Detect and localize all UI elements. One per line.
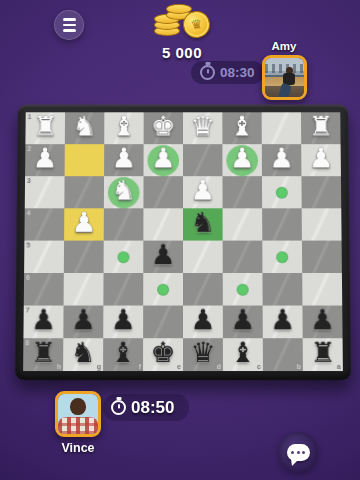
square-a3[interactable]: [301, 176, 341, 208]
square-e5[interactable]: ♟: [143, 241, 183, 273]
square-f2[interactable]: ♟: [104, 144, 144, 176]
square-a5[interactable]: [302, 241, 342, 273]
board-squares: 1♜♞♝♚♛♝♜2♟♟♟♟♟♟3♞♟4♟♞5♟67♟♟♟♟♟♟♟8h♜g♞f♝e…: [23, 112, 343, 371]
white-pawn: ♟: [190, 177, 215, 204]
move-target-dot: [237, 283, 249, 295]
black-pawn: ♟: [71, 307, 96, 335]
file-label: f: [139, 363, 141, 370]
square-g7[interactable]: ♟: [63, 306, 103, 339]
square-h8[interactable]: 8h♜: [23, 338, 63, 371]
square-b7[interactable]: ♟: [263, 306, 303, 339]
black-pawn: ♟: [151, 242, 176, 269]
black-pawn: ♟: [190, 307, 215, 335]
chat-bubble-ellipsis-icon: [287, 444, 310, 461]
square-g6[interactable]: [64, 273, 104, 306]
white-pawn: ♟: [32, 145, 57, 172]
square-h5[interactable]: 5: [24, 241, 64, 273]
square-e6[interactable]: [143, 273, 183, 306]
black-pawn: ♟: [270, 307, 295, 335]
square-c8[interactable]: c♝: [223, 338, 263, 371]
square-c6[interactable]: [223, 273, 263, 306]
player-clock: 08:50: [103, 394, 189, 421]
square-c1[interactable]: ♝: [222, 112, 261, 144]
square-b4[interactable]: [262, 208, 302, 240]
white-king: ♚: [151, 113, 176, 140]
white-pawn: ♟: [111, 145, 136, 172]
white-rook: ♜: [33, 113, 58, 140]
square-g4[interactable]: ♟: [64, 208, 104, 240]
file-label: e: [177, 363, 181, 370]
square-c5[interactable]: [223, 241, 263, 273]
stopwatch-icon: [111, 400, 126, 415]
player-clock-time: 08:50: [131, 398, 174, 418]
square-d4[interactable]: ♞: [183, 208, 223, 240]
square-g8[interactable]: g♞: [63, 338, 103, 371]
rank-label: 8: [25, 339, 29, 346]
file-label: c: [257, 363, 261, 370]
square-f4[interactable]: [104, 208, 144, 240]
white-rook: ♜: [308, 113, 333, 140]
square-h2[interactable]: 2♟: [25, 144, 65, 176]
square-d3[interactable]: ♟: [183, 176, 223, 208]
square-f5[interactable]: [104, 241, 144, 273]
square-g3[interactable]: [64, 176, 104, 208]
black-pawn: ♟: [230, 307, 255, 335]
square-e7[interactable]: [143, 306, 183, 339]
opponent-name: Amy: [252, 40, 316, 52]
square-e3[interactable]: [143, 176, 183, 208]
black-king: ♚: [150, 339, 175, 367]
square-b3[interactable]: [262, 176, 302, 208]
gold-coins-icon: ♛: [152, 4, 212, 42]
file-label: a: [337, 363, 341, 370]
square-c2[interactable]: ♟: [222, 144, 262, 176]
black-knight: ♞: [190, 209, 215, 236]
white-pawn: ♟: [269, 145, 294, 172]
chess-board: 1♜♞♝♚♛♝♜2♟♟♟♟♟♟3♞♟4♟♞5♟67♟♟♟♟♟♟♟8h♜g♞f♝e…: [15, 105, 351, 380]
player-avatar[interactable]: [55, 391, 101, 437]
white-bishop: ♝: [230, 113, 255, 140]
square-c4[interactable]: [223, 208, 263, 240]
square-h7[interactable]: 7♟: [23, 306, 63, 339]
black-rook: ♜: [31, 339, 56, 367]
rank-label: 7: [26, 307, 30, 314]
rank-label: 1: [28, 113, 32, 120]
black-pawn: ♟: [31, 307, 56, 335]
player-name: Vince: [40, 441, 116, 455]
square-d1[interactable]: ♛: [183, 112, 222, 144]
opponent-clock: 08:30: [191, 61, 264, 84]
white-knight: ♞: [72, 113, 97, 140]
opponent-clock-time: 08:30: [220, 65, 255, 80]
opponent-avatar-photo: [265, 58, 304, 97]
black-bishop: ♝: [110, 339, 135, 367]
square-f8[interactable]: f♝: [103, 338, 143, 371]
black-bishop: ♝: [230, 339, 255, 367]
move-target-dot: [157, 283, 169, 295]
black-queen: ♛: [190, 339, 215, 367]
file-label: g: [97, 363, 101, 370]
square-a1[interactable]: ♜: [301, 112, 341, 144]
square-b8[interactable]: b: [263, 338, 303, 371]
black-rook: ♜: [310, 339, 335, 367]
square-b2[interactable]: ♟: [262, 144, 302, 176]
square-a2[interactable]: ♟: [301, 144, 341, 176]
square-a8[interactable]: a♜: [303, 338, 343, 371]
square-f1[interactable]: ♝: [104, 112, 143, 144]
rank-label: 4: [27, 209, 31, 216]
square-e4[interactable]: [143, 208, 183, 240]
coin-amount: 5 000: [130, 44, 234, 61]
white-pawn: ♟: [230, 145, 255, 172]
square-h3[interactable]: 3: [25, 176, 65, 208]
square-g5[interactable]: [64, 241, 104, 273]
move-target-dot: [276, 186, 288, 198]
file-label: d: [217, 363, 221, 370]
move-target-dot: [117, 251, 129, 263]
square-a4[interactable]: [302, 208, 342, 240]
square-b1[interactable]: [262, 112, 302, 144]
black-pawn: ♟: [111, 307, 136, 335]
white-knight: ♞: [111, 177, 136, 204]
square-g1[interactable]: ♞: [65, 112, 105, 144]
file-label: h: [57, 363, 61, 370]
opponent-avatar[interactable]: [262, 55, 307, 100]
square-d2[interactable]: [183, 144, 222, 176]
rank-label: 5: [26, 242, 30, 249]
square-f3[interactable]: ♞: [104, 176, 144, 208]
coin-balance[interactable]: ♛ 5 000: [130, 4, 234, 61]
move-target-dot: [276, 251, 288, 263]
square-d8[interactable]: d♛: [183, 338, 223, 371]
stopwatch-icon: [200, 65, 215, 80]
menu-button[interactable]: [54, 10, 84, 40]
square-h1[interactable]: 1♜: [25, 112, 65, 144]
player-avatar-photo: [58, 394, 98, 434]
square-f7[interactable]: ♟: [103, 306, 143, 339]
rank-label: 3: [27, 177, 31, 184]
square-a6[interactable]: [302, 273, 342, 306]
square-f6[interactable]: [103, 273, 143, 306]
square-e8[interactable]: e♚: [143, 338, 183, 371]
chess-app-screen: ♛ 5 000 Amy 08:30 1♜♞♝♚♛♝♜2♟♟♟♟♟♟3♞♟4♟♞5…: [0, 0, 360, 480]
square-c7[interactable]: ♟: [223, 306, 263, 339]
black-knight: ♞: [71, 339, 96, 367]
square-b5[interactable]: [262, 241, 302, 273]
file-label: b: [297, 363, 301, 370]
square-b6[interactable]: [262, 273, 302, 306]
square-h6[interactable]: 6: [24, 273, 64, 306]
square-e2[interactable]: ♟: [144, 144, 183, 176]
square-e1[interactable]: ♚: [144, 112, 183, 144]
square-d6[interactable]: [183, 273, 223, 306]
black-pawn: ♟: [310, 307, 335, 335]
rank-label: 6: [26, 274, 30, 281]
white-pawn: ♟: [151, 145, 176, 172]
square-c3[interactable]: [222, 176, 262, 208]
white-pawn: ♟: [309, 145, 334, 172]
square-d5[interactable]: [183, 241, 223, 273]
square-a7[interactable]: ♟: [302, 306, 342, 339]
white-queen: ♛: [190, 113, 215, 140]
square-d7[interactable]: ♟: [183, 306, 223, 339]
square-h4[interactable]: 4: [24, 208, 64, 240]
white-bishop: ♝: [112, 113, 137, 140]
white-pawn: ♟: [71, 209, 96, 236]
rank-label: 2: [27, 145, 31, 152]
chat-button[interactable]: [278, 432, 318, 472]
square-g2[interactable]: [65, 144, 105, 176]
